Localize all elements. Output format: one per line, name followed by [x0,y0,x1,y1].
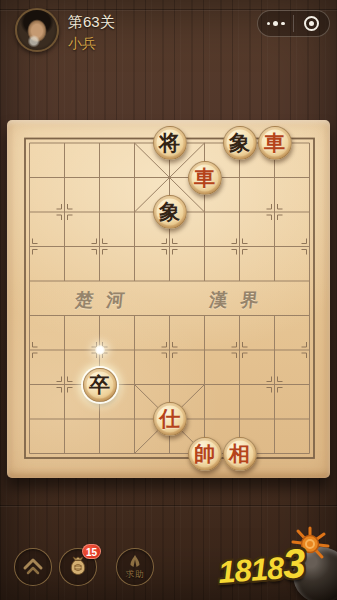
piece-red-仕[interactable]: 仕 [153,402,187,436]
app-background: 第63关 小兵 楚河 漢界 将象車車象卒仕帥相 15 求助 [0,0,337,600]
piece-red-車[interactable]: 車 [188,161,222,195]
piece-glyph: 卒 [89,367,110,401]
circle-dot-icon [304,16,319,31]
chevron-up-icon [22,557,44,577]
piece-black-将[interactable]: 将 [153,126,187,160]
rank-subtitle: 小兵 [68,35,96,53]
piece-glyph: 車 [194,160,215,194]
piece-glyph: 仕 [159,402,180,436]
close-button[interactable] [294,11,329,36]
watermark-text: 18183 [216,540,306,593]
piece-glyph: 帥 [194,436,215,470]
watermark-text-head: 1818 [217,551,284,590]
piece-glyph: 象 [229,126,250,160]
ellipsis-icon [267,21,285,26]
piece-glyph: 相 [229,436,250,470]
piece-black-象[interactable]: 象 [153,195,187,229]
river-label-right: 漢界 [191,290,277,310]
piece-red-帥[interactable]: 帥 [188,437,222,471]
more-button[interactable] [258,11,293,36]
piece-red-相[interactable]: 相 [223,437,257,471]
coins-badge: 15 [82,544,101,559]
piece-black-象[interactable]: 象 [223,126,257,160]
watermark-text-tail: 3 [281,540,306,587]
wechat-capsule [257,10,330,37]
last-move-origin-marker [95,345,105,355]
piece-glyph: 車 [264,126,285,160]
help-button-label: 求助 [126,569,145,581]
level-title: 第63关 [68,13,115,32]
piece-glyph: 象 [159,195,180,229]
river-label-left: 楚河 [57,290,143,310]
wood-seam [0,505,337,506]
piece-red-車[interactable]: 車 [258,126,292,160]
praying-hands-icon [126,554,144,570]
piece-black-卒[interactable]: 卒 [83,368,117,402]
avatar [15,8,59,52]
collapse-menu-button[interactable] [14,548,52,586]
help-button[interactable]: 求助 [116,548,154,586]
piece-glyph: 将 [159,126,180,160]
